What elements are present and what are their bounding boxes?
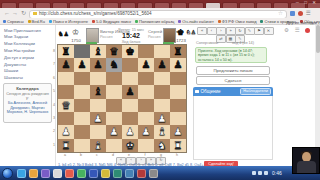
square-d4[interactable] [106, 99, 122, 112]
square-h5[interactable] [170, 85, 186, 98]
black-pawn[interactable]: ♟ [77, 58, 86, 71]
forward-icon[interactable]: → [12, 10, 18, 17]
black-bishop[interactable]: ♝ [93, 85, 102, 98]
square-f6[interactable] [138, 72, 154, 85]
square-h6[interactable] [170, 72, 186, 85]
white-player-avatar[interactable] [86, 28, 99, 43]
gear-icon[interactable]: ⚙ [284, 27, 289, 33]
white-player-info: Россия [100, 35, 112, 39]
square-g7[interactable]: ♟ [154, 58, 170, 71]
bookmark-item[interactable]: Положения образц [135, 19, 174, 24]
taskbar-app-icon[interactable] [89, 169, 98, 178]
square-b2[interactable] [74, 125, 90, 138]
rank-label: 3 [51, 116, 55, 120]
calendar-box: Календарь Сегодня день рождения у: Ба Ал… [3, 83, 52, 123]
rank-label: 8 [51, 49, 55, 53]
square-d8[interactable]: ♛ [106, 45, 122, 58]
opponent-status-label: Соперником: [196, 41, 219, 45]
white-rook[interactable]: ♜ [61, 139, 70, 152]
square-d1[interactable] [106, 139, 122, 152]
scrollbar-thumb[interactable] [316, 25, 320, 53]
chat-header: Общение Наблюдатели [193, 87, 273, 96]
message-line: время хода 1 м 11 с (из 15 м 0 с); [198, 53, 264, 57]
white-pawn[interactable]: ♟ [157, 112, 166, 125]
taskbar-app-icon[interactable] [53, 169, 62, 178]
observers-tab[interactable]: Наблюдатели [240, 88, 271, 96]
square-e7[interactable] [122, 58, 138, 71]
taskbar-app-icon[interactable] [29, 169, 38, 178]
black-bishop[interactable]: ♝ [93, 45, 102, 58]
square-h4[interactable] [170, 99, 186, 112]
reload-icon[interactable]: ↻ [21, 10, 26, 17]
bookmark-favicon [178, 20, 181, 23]
square-d7[interactable]: ♞ [106, 58, 122, 71]
panel-tool-button[interactable]: ✎ [245, 27, 255, 35]
volume-icon[interactable] [264, 171, 268, 175]
white-pawn[interactable]: ♟ [125, 125, 134, 138]
calendar-intro: Сегодня день рождения у: [6, 92, 49, 100]
back-icon[interactable]: ← [4, 10, 10, 17]
move-status-label: ход 4 (из 14) [232, 41, 254, 45]
square-f2[interactable]: ♟ [138, 125, 154, 138]
bookmark-item[interactable]: Поиск в Интернете [49, 19, 88, 24]
window-controls[interactable]: ─ □ ✕ [296, 0, 318, 5]
square-d5[interactable] [106, 85, 122, 98]
streamer-torso [297, 161, 316, 174]
square-e8[interactable]: ♚ [122, 45, 138, 58]
sidebar-divider [55, 25, 56, 166]
rank-label: 4 [51, 103, 55, 107]
square-b5[interactable] [74, 85, 90, 98]
bookmark-label: Положения образц [139, 19, 174, 24]
white-king-icon: ♔ [72, 28, 79, 37]
message-line: осталось 14 ч 50 м). [198, 58, 264, 62]
square-b8[interactable] [74, 45, 90, 58]
bookmark-label: ФЗ РФ Омск завод [222, 19, 257, 24]
panel-tool-button[interactable]: ‹ [207, 27, 217, 35]
bookmark-favicon [49, 20, 52, 23]
game-clock: 15:42 [114, 32, 148, 39]
square-a8[interactable]: ♜ [58, 45, 74, 58]
square-f4[interactable] [138, 99, 154, 112]
bookmark-favicon [260, 20, 263, 23]
taskbar-app-icon[interactable] [41, 169, 50, 178]
taskbar-app-icon[interactable] [101, 169, 110, 178]
taskbar-app-icon[interactable] [17, 169, 26, 178]
white-pawn[interactable]: ♟ [93, 112, 102, 125]
bookmark-favicon [135, 20, 138, 23]
bookmark-label: Bird.Ru [32, 19, 45, 24]
white-pawn[interactable]: ♟ [61, 125, 70, 138]
screen: ─ □ ✕ ← → ↻ http://club.chess.ru/chess_s… [0, 0, 320, 180]
site-favicon [33, 12, 37, 16]
calendar-title: Календарь [6, 86, 49, 91]
square-d6[interactable] [106, 72, 122, 85]
list-icon[interactable]: ☰ [295, 27, 300, 33]
sidebar-item[interactable]: Мои Задачи [4, 34, 28, 39]
chat-area[interactable] [193, 96, 273, 160]
square-c8[interactable]: ♝ [90, 45, 106, 58]
bookmarks-bar: СервисыBird.RuПоиск в Интернете5-0 Ведущ… [0, 18, 320, 25]
bookmark-favicon [3, 20, 6, 23]
white-pawn[interactable]: ♟ [141, 125, 150, 138]
bookmark-item[interactable]: ФЗ РФ Омск завод [218, 19, 257, 24]
bookmark-item[interactable]: Сервисы [3, 19, 24, 24]
bookmark-item[interactable]: Bird.Ru [28, 19, 45, 24]
tray-up-icon[interactable] [252, 171, 256, 175]
square-g3[interactable]: ♟ [154, 112, 170, 125]
extension-icon[interactable] [298, 11, 303, 16]
rank-label: 1 [51, 143, 55, 147]
square-a2[interactable]: ♟ [58, 125, 74, 138]
panel-tool-button[interactable]: › [216, 27, 226, 35]
square-g4[interactable] [154, 99, 170, 112]
chat-tab[interactable]: Общение [201, 89, 221, 94]
captured-white-pieces-tray: ♘♙ [186, 29, 196, 35]
chat-icon [195, 90, 199, 93]
sidebar-item[interactable]: Мои Настройки [4, 48, 35, 53]
square-h2[interactable]: ♟ [170, 125, 186, 138]
rank-label: 5 [51, 89, 55, 93]
taskbar-app-icon[interactable] [65, 169, 74, 178]
sidebar-item[interactable]: Мои Коллекции [4, 41, 35, 46]
square-c7[interactable]: ♟ [90, 58, 106, 71]
black-pawn[interactable]: ♟ [157, 58, 166, 71]
square-f8[interactable] [138, 45, 154, 58]
panel-tool-button[interactable]: ⚑ [254, 27, 264, 35]
rank-label: 7 [51, 62, 55, 66]
square-g5[interactable] [154, 85, 170, 98]
square-b1[interactable] [74, 139, 90, 152]
square-c5[interactable]: ♝ [90, 85, 106, 98]
square-c2[interactable] [90, 125, 106, 138]
square-h7[interactable]: ♟ [170, 58, 186, 71]
file-label: b [73, 153, 89, 157]
white-bishop[interactable]: ♝ [93, 139, 102, 152]
bookmark-label: 5-0 Ведущих поиск [96, 19, 131, 24]
extension-icon[interactable] [290, 11, 295, 16]
taskbar-clock: 0:46 [272, 170, 282, 176]
square-a4[interactable]: ♛ [58, 99, 74, 112]
taskbar-app-icon[interactable] [113, 169, 122, 178]
white-rating: 1750 [70, 38, 82, 43]
white-queen[interactable]: ♛ [61, 99, 70, 112]
network-icon[interactable] [258, 171, 262, 175]
square-e1[interactable]: ♚ [122, 139, 138, 152]
bookmark-label: Поиск в Интернете [53, 19, 88, 24]
white-pawn[interactable]: ♟ [173, 125, 182, 138]
taskbar-app-icon[interactable] [125, 169, 134, 178]
white-knight[interactable]: ♞ [157, 139, 166, 152]
sidebar-item[interactable]: Шашки [4, 68, 18, 73]
file-label: d [105, 153, 121, 157]
notification-dot-icon[interactable] [305, 28, 310, 33]
url-text[interactable]: http://club.chess.ru/chess_s/m/games/698… [39, 11, 152, 16]
square-a1[interactable]: ♜ [58, 139, 74, 152]
file-label: e [121, 153, 137, 157]
black-king[interactable]: ♚ [125, 45, 134, 58]
taskbar-app-icon[interactable] [137, 169, 146, 178]
white-king[interactable]: ♚ [125, 139, 134, 152]
calendar-names[interactable]: Ба Алексеев, Алексей Дроздовин, Мартин М… [6, 101, 49, 115]
sidebar-item[interactable]: Мои Приглашения [4, 28, 41, 33]
sidebar-item[interactable]: Шахматы [4, 75, 23, 80]
bookmark-item[interactable]: 5-0 Ведущих поиск [92, 19, 131, 24]
square-g2[interactable]: ♝ [154, 125, 170, 138]
square-g8[interactable] [154, 45, 170, 58]
bookmark-star-icon[interactable]: ☆ [278, 10, 283, 16]
square-e5[interactable]: ♟ [122, 85, 138, 98]
bookmark-favicon [92, 20, 95, 23]
square-f1[interactable] [138, 139, 154, 152]
square-b7[interactable]: ♟ [74, 58, 90, 71]
black-knight[interactable]: ♞ [109, 58, 118, 71]
square-e6[interactable] [122, 72, 138, 85]
black-player-info: Россия [148, 35, 160, 39]
other-bookmarks[interactable]: Другие закладки [286, 20, 317, 25]
square-e4[interactable] [122, 99, 138, 112]
square-e3[interactable] [122, 112, 138, 125]
black-pawn[interactable]: ♟ [93, 58, 102, 71]
rank-label: 2 [51, 129, 55, 133]
game-message-box: Принято. Ход черными (в 14:47;время хода… [195, 47, 267, 63]
file-label: a [57, 153, 73, 157]
bookmark-favicon [218, 20, 221, 23]
square-c6[interactable] [90, 72, 106, 85]
captured-black-pieces-tray: ♞♟ [58, 30, 69, 37]
square-f7[interactable]: ♟ [138, 58, 154, 71]
square-a3[interactable] [58, 112, 74, 125]
file-label: h [169, 153, 185, 157]
square-c3[interactable]: ♟ [90, 112, 106, 125]
file-label: f [137, 153, 153, 157]
chess-board[interactable]: ♜♝♛♚♜♟♟♟♞♟♟♟♝♟♛♟♟♟♟♟♟♝♟♜♝♚♞♜ [57, 44, 187, 153]
bookmark-label: Он-лайн кабинет [182, 19, 214, 24]
square-c4[interactable] [90, 99, 106, 112]
square-d3[interactable] [106, 112, 122, 125]
taskbar-app-icon[interactable] [149, 169, 158, 178]
turn-indicator: Ход белых [114, 40, 148, 44]
black-queen[interactable]: ♛ [109, 45, 118, 58]
panel-tool-button[interactable]: ↻ [235, 27, 245, 35]
rank-label: 6 [51, 76, 55, 80]
square-a5[interactable] [58, 85, 74, 98]
sidebar-item[interactable]: Доступ к играм [4, 55, 34, 60]
square-b6[interactable] [74, 72, 90, 85]
webcam-overlay [292, 147, 320, 174]
white-rook[interactable]: ♜ [173, 139, 182, 152]
menu-icon[interactable]: ☰ [306, 10, 311, 16]
square-h8[interactable]: ♜ [170, 45, 186, 58]
square-e2[interactable]: ♟ [122, 125, 138, 138]
square-h1[interactable]: ♜ [170, 139, 186, 152]
bookmark-item[interactable]: Он-лайн кабинет [178, 19, 214, 24]
panel-tool-button[interactable]: « [197, 27, 207, 35]
square-d2[interactable]: ♟ [106, 125, 122, 138]
bookmark-favicon [28, 20, 31, 23]
file-label: c [89, 153, 105, 157]
square-f3[interactable] [138, 112, 154, 125]
black-rook[interactable]: ♜ [61, 45, 70, 58]
square-b4[interactable] [74, 99, 90, 112]
file-label: g [153, 153, 169, 157]
square-c1[interactable]: ♝ [90, 139, 106, 152]
sidebar-item[interactable]: Документы [4, 62, 26, 67]
square-g1[interactable]: ♞ [154, 139, 170, 152]
black-rating: 1723 [175, 38, 187, 43]
white-pawn[interactable]: ♟ [109, 125, 118, 138]
white-bishop[interactable]: ♝ [157, 125, 166, 138]
start-button[interactable] [2, 168, 13, 179]
square-a7[interactable]: ♟ [58, 58, 74, 71]
panel-tool-button[interactable]: » [226, 27, 236, 35]
offer-draw-button[interactable]: Предложить ничью [196, 66, 270, 75]
black-pawn[interactable]: ♟ [61, 58, 70, 71]
taskbar-app-icon[interactable] [77, 169, 86, 178]
black-rook[interactable]: ♜ [173, 45, 182, 58]
square-b3[interactable] [74, 112, 90, 125]
square-a6[interactable] [58, 72, 74, 85]
square-f5[interactable] [138, 85, 154, 98]
square-h3[interactable] [170, 112, 186, 125]
black-pawn[interactable]: ♟ [141, 58, 150, 71]
panel-tool-button[interactable]: ✕ [264, 27, 274, 35]
resign-button[interactable]: Сдаться [196, 76, 270, 85]
black-pawn[interactable]: ♟ [173, 58, 182, 71]
square-g6[interactable] [154, 72, 170, 85]
black-king-icon: ♚ [177, 28, 184, 37]
bookmark-label: Сервисы [7, 19, 24, 24]
black-pawn[interactable]: ♟ [125, 85, 134, 98]
